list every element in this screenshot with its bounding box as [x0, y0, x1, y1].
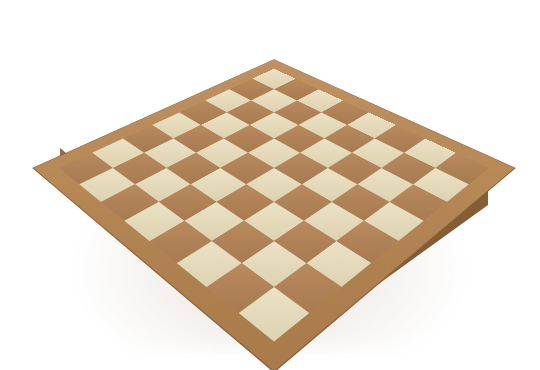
photo-background: ♟♜♟♝♟♟♞♛♞♜♚♝♞♟♜♛♞♟♚♟♟♜♟ [0, 0, 540, 370]
